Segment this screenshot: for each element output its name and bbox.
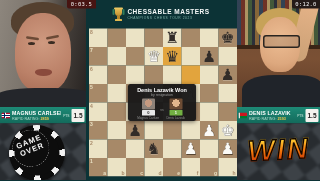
square-a8[interactable]: 8 xyxy=(89,29,108,48)
black-knight-d2: ♞ xyxy=(145,140,164,159)
rank-label-6: 6 xyxy=(90,67,93,72)
rank-label-1: 1 xyxy=(90,159,93,164)
file-label-d: d xyxy=(158,171,161,176)
square-c1[interactable]: c xyxy=(126,158,145,177)
square-b6[interactable] xyxy=(108,66,127,85)
rank-label-4: 4 xyxy=(90,104,93,109)
left-webcam-carlsen xyxy=(0,0,86,107)
white-player-clock: 0:03.5 xyxy=(67,0,96,9)
black-rook-e8: ♜ xyxy=(163,29,182,48)
result-card-lazavik: 1 Denis Lazavik xyxy=(167,99,184,121)
square-d2[interactable]: ♞ xyxy=(145,140,164,159)
norway-flag-icon xyxy=(2,112,11,118)
square-h4[interactable] xyxy=(219,103,238,122)
square-d6[interactable] xyxy=(145,66,164,85)
square-b3[interactable] xyxy=(108,121,127,140)
black-player-clock: 0:12.0 xyxy=(292,0,320,9)
square-h3[interactable]: ♚ xyxy=(219,121,238,140)
square-d8[interactable] xyxy=(145,29,164,48)
black-king-h8: ♚ xyxy=(219,29,238,48)
square-f1[interactable]: f xyxy=(182,158,201,177)
square-f2[interactable]: ♟ xyxy=(182,140,201,159)
file-label-g: g xyxy=(214,171,217,176)
square-f3[interactable] xyxy=(182,121,201,140)
white-pawn-h2: ♟ xyxy=(219,140,238,159)
square-f7[interactable] xyxy=(182,47,201,66)
broadcast-frame: CHESSABLE MASTERS CHAMPIONS CHESS TOUR 2… xyxy=(0,0,320,180)
square-a1[interactable]: 1a xyxy=(89,158,108,177)
black-queen-e7: ♛ xyxy=(163,47,182,66)
right-pts-label: PTS xyxy=(297,114,303,118)
square-c8[interactable] xyxy=(126,29,145,48)
square-a6[interactable]: 6 xyxy=(89,66,108,85)
right-floor-graphic: WIN xyxy=(237,124,320,181)
square-f8[interactable] xyxy=(182,29,201,48)
square-g5[interactable] xyxy=(200,84,219,103)
square-a2[interactable]: 2 xyxy=(89,140,108,159)
square-f6[interactable] xyxy=(182,66,201,85)
white-pawn-f2: ♟ xyxy=(182,140,201,159)
file-label-c: c xyxy=(140,171,143,176)
square-g1[interactable]: g xyxy=(200,158,219,177)
trophy-icon xyxy=(113,7,123,22)
square-a3[interactable]: 3 xyxy=(89,121,108,140)
carlsen-shirt xyxy=(0,88,86,107)
square-b4[interactable] xyxy=(108,103,127,122)
white-pawn-g3: ♟ xyxy=(200,121,219,140)
square-a7[interactable]: 7 xyxy=(89,47,108,66)
square-e3[interactable] xyxy=(163,121,182,140)
square-h5[interactable] xyxy=(219,84,238,103)
rank-label-8: 8 xyxy=(90,30,93,35)
black-pawn-c3: ♟ xyxy=(126,121,145,140)
right-webcam-lazavik xyxy=(237,0,320,107)
square-b1[interactable]: b xyxy=(108,158,127,177)
square-b2[interactable] xyxy=(108,140,127,159)
square-h8[interactable]: ♚ xyxy=(219,29,238,48)
square-h2[interactable]: ♟ xyxy=(219,140,238,159)
square-g8[interactable] xyxy=(200,29,219,48)
right-player-name: DENIS LAZAVIK xyxy=(249,110,295,115)
result-subtitle: by resignation xyxy=(151,93,173,98)
lazavik-shirt xyxy=(242,75,320,107)
square-a4[interactable]: 4 xyxy=(89,103,108,122)
game-over-chip: GAMEOVER xyxy=(5,124,68,181)
square-d3[interactable] xyxy=(145,121,164,140)
carlsen-face xyxy=(15,13,71,92)
file-label-h: h xyxy=(232,171,235,176)
square-d1[interactable]: d xyxy=(145,158,164,177)
square-e2[interactable] xyxy=(163,140,182,159)
square-e1[interactable]: e xyxy=(163,158,182,177)
square-c2[interactable] xyxy=(126,140,145,159)
belarus-flag-icon xyxy=(239,112,248,118)
carlsen-thumbnail xyxy=(142,99,155,110)
event-title: CHESSABLE MASTERS xyxy=(127,9,209,16)
right-name-plate: DENIS LAZAVIK RAPID RATING: 2593 PTS 1.5 xyxy=(237,107,320,124)
square-g2[interactable] xyxy=(200,140,219,159)
lazavik-thumbnail xyxy=(169,99,182,110)
square-c3[interactable]: ♟ xyxy=(126,121,145,140)
rank-label-2: 2 xyxy=(90,141,93,146)
black-pawn-g7: ♟ xyxy=(200,47,219,66)
result-card-carlsen: 0 Magnus Carlsen xyxy=(140,99,157,121)
lazavik-game-result: 1 xyxy=(169,110,182,116)
square-g6[interactable] xyxy=(200,66,219,85)
rank-label-5: 5 xyxy=(90,85,93,90)
left-floor-graphic: GAMEOVER xyxy=(0,124,86,181)
square-h1[interactable]: h xyxy=(219,158,238,177)
square-c6[interactable] xyxy=(126,66,145,85)
left-name-plate: MAGNUS CARLSEN RAPID RATING: 2859 PTS 1.… xyxy=(0,107,86,124)
square-b7[interactable] xyxy=(108,47,127,66)
white-king-h3: ♚ xyxy=(219,121,238,140)
square-g4[interactable] xyxy=(200,103,219,122)
square-e8[interactable]: ♜ xyxy=(163,29,182,48)
event-banner: CHESSABLE MASTERS CHAMPIONS CHESS TOUR 2… xyxy=(86,0,237,29)
left-player-rating: RAPID RATING: 2859 xyxy=(12,117,61,121)
square-b8[interactable] xyxy=(108,29,127,48)
file-label-a: a xyxy=(103,171,106,176)
board-bottom-strip xyxy=(86,177,237,181)
vs-label: vs xyxy=(160,108,164,112)
file-label-e: e xyxy=(177,171,180,176)
right-player-rating: RAPID RATING: 2593 xyxy=(249,117,295,121)
game-result-popup[interactable]: Denis Lazavik Won by resignation 0 Magnu… xyxy=(128,84,196,121)
file-label-b: b xyxy=(121,171,124,176)
square-c7[interactable] xyxy=(126,47,145,66)
square-g7[interactable]: ♟ xyxy=(200,47,219,66)
event-subtitle: CHAMPIONS CHESS TOUR 2023 xyxy=(127,16,209,19)
right-match-score: 1.5 xyxy=(306,109,319,122)
left-player-name: MAGNUS CARLSEN xyxy=(12,110,61,115)
file-label-f: f xyxy=(197,171,199,176)
rank-label-7: 7 xyxy=(90,48,93,53)
lazavik-glasses xyxy=(263,35,300,48)
square-a5[interactable]: 5 xyxy=(89,84,108,103)
square-e6[interactable] xyxy=(163,66,182,85)
white-queen-d7: ♛ xyxy=(145,47,164,66)
square-g3[interactable]: ♟ xyxy=(200,121,219,140)
square-d7[interactable]: ♛ xyxy=(145,47,164,66)
square-e7[interactable]: ♛ xyxy=(163,47,182,66)
win-graphic: WIN xyxy=(237,130,320,168)
carlsen-game-result: 0 xyxy=(142,110,155,116)
left-pts-label: PTS xyxy=(63,114,69,118)
rank-label-3: 3 xyxy=(90,122,93,127)
square-h6[interactable]: ♟ xyxy=(219,66,238,85)
black-pawn-h6: ♟ xyxy=(219,66,238,85)
left-match-score: 1.5 xyxy=(72,109,85,122)
square-b5[interactable] xyxy=(108,84,127,103)
square-h7[interactable] xyxy=(219,47,238,66)
